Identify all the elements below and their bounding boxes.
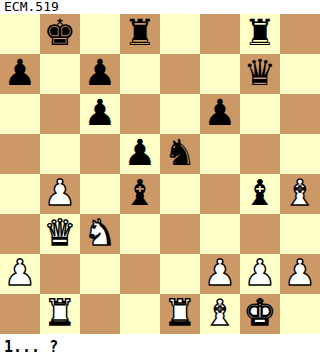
piece-white-rook[interactable]: ♜ xyxy=(44,293,76,333)
square-f5[interactable] xyxy=(200,134,240,174)
piece-white-knight[interactable]: ♞ xyxy=(84,213,116,253)
square-g4[interactable]: ♝ xyxy=(240,174,280,214)
square-c2[interactable] xyxy=(80,254,120,294)
piece-black-bishop[interactable]: ♝ xyxy=(244,173,276,213)
square-g3[interactable] xyxy=(240,214,280,254)
square-a5[interactable] xyxy=(0,134,40,174)
piece-black-rook[interactable]: ♜ xyxy=(124,13,156,53)
square-f2[interactable]: ♟ xyxy=(200,254,240,294)
square-g5[interactable] xyxy=(240,134,280,174)
square-c5[interactable] xyxy=(80,134,120,174)
square-g7[interactable]: ♛ xyxy=(240,54,280,94)
piece-white-bishop[interactable]: ♝ xyxy=(204,293,236,333)
square-h5[interactable] xyxy=(280,134,320,174)
piece-white-queen[interactable]: ♛ xyxy=(44,213,76,253)
square-e3[interactable] xyxy=(160,214,200,254)
square-d3[interactable] xyxy=(120,214,160,254)
piece-white-pawn[interactable]: ♟ xyxy=(284,253,316,293)
square-a7[interactable]: ♟ xyxy=(0,54,40,94)
square-d1[interactable] xyxy=(120,294,160,334)
square-g2[interactable]: ♟ xyxy=(240,254,280,294)
square-b3[interactable]: ♛ xyxy=(40,214,80,254)
piece-black-pawn[interactable]: ♟ xyxy=(204,93,236,133)
square-e7[interactable] xyxy=(160,54,200,94)
square-b1[interactable]: ♜ xyxy=(40,294,80,334)
chess-board: ♚♜♜♟♟♛♟♟♟♞♟♝♝♝♛♞♟♟♟♟♜♜♝♚ xyxy=(0,14,320,334)
square-e1[interactable]: ♜ xyxy=(160,294,200,334)
square-c6[interactable]: ♟ xyxy=(80,94,120,134)
square-c7[interactable]: ♟ xyxy=(80,54,120,94)
piece-white-king[interactable]: ♚ xyxy=(244,293,276,333)
square-f6[interactable]: ♟ xyxy=(200,94,240,134)
square-c4[interactable] xyxy=(80,174,120,214)
square-g1[interactable]: ♚ xyxy=(240,294,280,334)
square-f1[interactable]: ♝ xyxy=(200,294,240,334)
piece-black-pawn[interactable]: ♟ xyxy=(84,93,116,133)
square-b4[interactable]: ♟ xyxy=(40,174,80,214)
square-h6[interactable] xyxy=(280,94,320,134)
square-f8[interactable] xyxy=(200,14,240,54)
square-d8[interactable]: ♜ xyxy=(120,14,160,54)
piece-black-pawn[interactable]: ♟ xyxy=(4,53,36,93)
square-a2[interactable]: ♟ xyxy=(0,254,40,294)
square-a8[interactable] xyxy=(0,14,40,54)
piece-black-pawn[interactable]: ♟ xyxy=(84,53,116,93)
square-a1[interactable] xyxy=(0,294,40,334)
square-h2[interactable]: ♟ xyxy=(280,254,320,294)
square-a3[interactable] xyxy=(0,214,40,254)
move-prompt: 1... ? xyxy=(4,337,58,357)
square-e6[interactable] xyxy=(160,94,200,134)
piece-white-bishop[interactable]: ♝ xyxy=(284,173,316,213)
square-h7[interactable] xyxy=(280,54,320,94)
piece-black-bishop[interactable]: ♝ xyxy=(124,173,156,213)
square-a6[interactable] xyxy=(0,94,40,134)
square-b8[interactable]: ♚ xyxy=(40,14,80,54)
square-g8[interactable]: ♜ xyxy=(240,14,280,54)
square-b7[interactable] xyxy=(40,54,80,94)
square-c1[interactable] xyxy=(80,294,120,334)
square-d2[interactable] xyxy=(120,254,160,294)
square-c8[interactable] xyxy=(80,14,120,54)
square-g6[interactable] xyxy=(240,94,280,134)
piece-white-pawn[interactable]: ♟ xyxy=(4,253,36,293)
square-c3[interactable]: ♞ xyxy=(80,214,120,254)
square-e4[interactable] xyxy=(160,174,200,214)
square-h8[interactable] xyxy=(280,14,320,54)
square-d6[interactable] xyxy=(120,94,160,134)
piece-white-pawn[interactable]: ♟ xyxy=(204,253,236,293)
square-h1[interactable] xyxy=(280,294,320,334)
square-b6[interactable] xyxy=(40,94,80,134)
square-d5[interactable]: ♟ xyxy=(120,134,160,174)
square-b5[interactable] xyxy=(40,134,80,174)
piece-black-rook[interactable]: ♜ xyxy=(244,13,276,53)
square-e5[interactable]: ♞ xyxy=(160,134,200,174)
square-h3[interactable] xyxy=(280,214,320,254)
piece-black-queen[interactable]: ♛ xyxy=(244,53,276,93)
piece-white-pawn[interactable]: ♟ xyxy=(44,173,76,213)
piece-white-pawn[interactable]: ♟ xyxy=(244,253,276,293)
square-f3[interactable] xyxy=(200,214,240,254)
square-e8[interactable] xyxy=(160,14,200,54)
square-d4[interactable]: ♝ xyxy=(120,174,160,214)
square-f7[interactable] xyxy=(200,54,240,94)
piece-white-rook[interactable]: ♜ xyxy=(164,293,196,333)
square-a4[interactable] xyxy=(0,174,40,214)
square-h4[interactable]: ♝ xyxy=(280,174,320,214)
piece-black-king[interactable]: ♚ xyxy=(44,13,76,53)
square-d7[interactable] xyxy=(120,54,160,94)
square-e2[interactable] xyxy=(160,254,200,294)
square-b2[interactable] xyxy=(40,254,80,294)
square-f4[interactable] xyxy=(200,174,240,214)
piece-black-knight[interactable]: ♞ xyxy=(164,133,196,173)
piece-black-pawn[interactable]: ♟ xyxy=(124,133,156,173)
